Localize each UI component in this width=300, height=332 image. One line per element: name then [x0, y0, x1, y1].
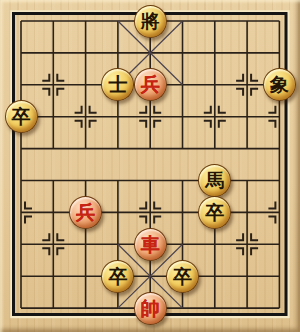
piece-grid: 將士兵象卒馬兵卒車卒卒帥	[5, 5, 296, 324]
piece-red-general[interactable]: 帥	[134, 292, 167, 325]
piece-black-horse[interactable]: 馬	[198, 164, 231, 197]
piece-black-advisor[interactable]: 士	[101, 68, 134, 101]
piece-black-soldier[interactable]: 卒	[166, 260, 199, 293]
piece-black-soldier[interactable]: 卒	[101, 260, 134, 293]
piece-red-chariot[interactable]: 車	[134, 228, 167, 261]
piece-black-elephant[interactable]: 象	[263, 68, 296, 101]
piece-red-soldier[interactable]: 兵	[134, 68, 167, 101]
piece-black-general[interactable]: 將	[134, 5, 167, 38]
piece-black-soldier[interactable]: 卒	[5, 100, 38, 133]
xiangqi-board[interactable]: 將士兵象卒馬兵卒車卒卒帥	[0, 0, 300, 332]
piece-red-soldier[interactable]: 兵	[69, 196, 102, 229]
piece-black-soldier[interactable]: 卒	[198, 196, 231, 229]
